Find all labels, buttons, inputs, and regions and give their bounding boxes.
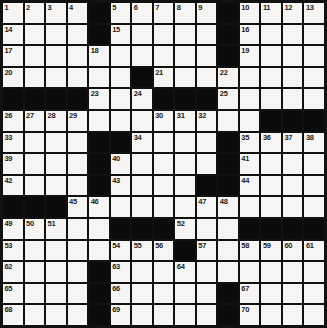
clue-number: 6	[134, 3, 138, 12]
crossword-cell-white[interactable]	[175, 25, 195, 45]
crossword-cell-white[interactable]: 50	[25, 219, 45, 239]
crossword-cell-white[interactable]	[261, 262, 281, 282]
crossword-cell-white[interactable]: 45	[68, 197, 88, 217]
crossword-cell-black	[89, 284, 109, 304]
crossword-cell-black	[111, 133, 131, 153]
crossword-cell-white[interactable]: 57	[197, 241, 217, 261]
crossword-cell-white[interactable]	[197, 262, 217, 282]
crossword-cell-white[interactable]	[218, 111, 238, 131]
crossword-cell-white[interactable]	[283, 25, 303, 45]
crossword-cell-black	[175, 89, 195, 109]
crossword-cell-white[interactable]	[304, 176, 324, 196]
crossword-cell-white[interactable]	[261, 68, 281, 88]
clue-number: 18	[91, 46, 99, 55]
crossword-cell-black	[261, 219, 281, 239]
crossword-cell-white[interactable]	[261, 46, 281, 66]
clue-number: 22	[220, 68, 228, 77]
crossword-cell-white[interactable]	[46, 262, 66, 282]
crossword-cell-white[interactable]: 9	[197, 3, 217, 23]
crossword-cell-white[interactable]: 66	[111, 284, 131, 304]
clue-number: 11	[263, 3, 270, 12]
clue-number: 67	[241, 284, 249, 293]
crossword-cell-white[interactable]	[240, 197, 260, 217]
crossword-cell-white[interactable]: 43	[111, 176, 131, 196]
crossword-cell-black	[89, 176, 109, 196]
crossword-cell-white[interactable]	[25, 68, 45, 88]
clue-number: 19	[241, 46, 249, 55]
crossword-cell-white[interactable]: 4	[68, 3, 88, 23]
crossword-cell-white[interactable]	[304, 89, 324, 109]
crossword-cell-white[interactable]: 16	[240, 25, 260, 45]
crossword-cell-white[interactable]: 13	[304, 3, 324, 23]
crossword-cell-black	[132, 68, 152, 88]
crossword-cell-white[interactable]: 49	[3, 219, 23, 239]
crossword-cell-white[interactable]	[46, 68, 66, 88]
crossword-cell-white[interactable]	[283, 89, 303, 109]
crossword-cell-white[interactable]: 2	[25, 3, 45, 23]
crossword-cell-white[interactable]	[154, 197, 174, 217]
crossword-cell-white[interactable]	[261, 197, 281, 217]
crossword-cell-white[interactable]	[132, 154, 152, 174]
crossword-cell-black	[304, 219, 324, 239]
crossword-cell-white[interactable]: 55	[132, 241, 152, 261]
crossword-cell-white[interactable]	[68, 154, 88, 174]
crossword-cell-white[interactable]	[46, 176, 66, 196]
crossword-cell-white[interactable]	[132, 197, 152, 217]
crossword-cell-white[interactable]	[25, 241, 45, 261]
crossword-cell-white[interactable]: 69	[111, 305, 131, 325]
crossword-cell-black	[25, 89, 45, 109]
crossword-cell-white[interactable]	[283, 284, 303, 304]
crossword-cell-white[interactable]	[46, 305, 66, 325]
crossword-cell-white[interactable]	[68, 241, 88, 261]
crossword-cell-white[interactable]: 20	[3, 68, 23, 88]
crossword-cell-black	[68, 89, 88, 109]
crossword-cell-white[interactable]	[68, 284, 88, 304]
crossword-cell-white[interactable]	[111, 68, 131, 88]
crossword-cell-white[interactable]: 47	[197, 197, 217, 217]
clue-number: 32	[198, 111, 206, 120]
crossword-cell-white[interactable]	[261, 284, 281, 304]
clue-number: 8	[177, 3, 181, 12]
crossword-cell-white[interactable]	[111, 46, 131, 66]
crossword-cell-black	[46, 89, 66, 109]
crossword-cell-white[interactable]: 3	[46, 3, 66, 23]
clue-number: 61	[306, 241, 314, 250]
crossword-cell-black	[46, 197, 66, 217]
crossword-cell-white[interactable]	[197, 305, 217, 325]
crossword-cell-black	[218, 176, 238, 196]
crossword-cell-white[interactable]	[240, 262, 260, 282]
clue-number: 63	[112, 262, 120, 271]
clue-number: 45	[69, 197, 77, 206]
clue-number: 31	[177, 111, 185, 120]
clue-number: 51	[48, 219, 56, 228]
crossword-cell-white[interactable]: 52	[175, 219, 195, 239]
crossword-cell-white[interactable]: 48	[218, 197, 238, 217]
crossword-cell-white[interactable]	[261, 176, 281, 196]
clue-number: 36	[263, 133, 271, 142]
clue-number: 29	[69, 111, 77, 120]
crossword-cell-white[interactable]	[132, 284, 152, 304]
crossword-cell-black	[89, 262, 109, 282]
crossword-cell-white[interactable]	[154, 46, 174, 66]
crossword-cell-white[interactable]	[304, 154, 324, 174]
crossword-cell-white[interactable]	[175, 133, 195, 153]
clue-number: 53	[5, 241, 13, 250]
crossword-cell-white[interactable]	[283, 262, 303, 282]
crossword-cell-white[interactable]: 7	[154, 3, 174, 23]
crossword-cell-white[interactable]	[132, 262, 152, 282]
crossword-cell-white[interactable]	[197, 68, 217, 88]
clue-number: 38	[306, 133, 314, 142]
crossword-cell-white[interactable]	[197, 46, 217, 66]
crossword-cell-white[interactable]	[132, 46, 152, 66]
crossword-cell-white[interactable]	[25, 133, 45, 153]
clue-number: 24	[134, 89, 142, 98]
clue-number: 21	[155, 68, 163, 77]
crossword-cell-white[interactable]: 21	[154, 68, 174, 88]
crossword-cell-white[interactable]: 8	[175, 3, 195, 23]
crossword-cell-white[interactable]	[46, 284, 66, 304]
crossword-cell-white[interactable]: 26	[3, 111, 23, 131]
crossword-cell-white[interactable]	[25, 284, 45, 304]
crossword-cell-white[interactable]: 38	[304, 133, 324, 153]
crossword-cell-black	[3, 89, 23, 109]
crossword-cell-white[interactable]	[304, 46, 324, 66]
crossword-cell-black	[25, 197, 45, 217]
crossword-cell-white[interactable]	[89, 219, 109, 239]
crossword-cell-white[interactable]	[68, 262, 88, 282]
crossword-cell-black	[218, 133, 238, 153]
clue-number: 30	[155, 111, 163, 120]
crossword-cell-white[interactable]: 63	[111, 262, 131, 282]
clue-number: 37	[284, 133, 292, 142]
crossword-cell-white[interactable]	[89, 68, 109, 88]
clue-number: 34	[134, 133, 142, 142]
crossword-cell-black	[89, 3, 109, 23]
clue-number: 52	[177, 219, 185, 228]
clue-number: 12	[284, 3, 292, 12]
crossword-cell-white[interactable]	[283, 176, 303, 196]
crossword-cell-white[interactable]	[261, 305, 281, 325]
crossword-cell-black	[89, 133, 109, 153]
crossword-cell-white[interactable]: 15	[111, 25, 131, 45]
clue-number: 40	[112, 154, 120, 163]
crossword-cell-white[interactable]: 19	[240, 46, 260, 66]
crossword-cell-white[interactable]: 46	[89, 197, 109, 217]
crossword-cell-white[interactable]	[304, 305, 324, 325]
clue-number: 69	[112, 305, 120, 314]
crossword-cell-white[interactable]	[261, 154, 281, 174]
crossword-cell-white[interactable]	[25, 176, 45, 196]
clue-number: 55	[134, 241, 142, 250]
crossword-cell-white[interactable]: 27	[25, 111, 45, 131]
crossword-cell-white[interactable]	[132, 305, 152, 325]
crossword-cell-black	[218, 305, 238, 325]
crossword-cell-white[interactable]: 6	[132, 3, 152, 23]
crossword-cell-white[interactable]	[68, 68, 88, 88]
clue-number: 2	[26, 3, 30, 12]
crossword-cell-black	[218, 46, 238, 66]
crossword-cell-white[interactable]	[154, 25, 174, 45]
crossword-cell-white[interactable]	[197, 219, 217, 239]
clue-number: 47	[198, 197, 206, 206]
crossword-cell-white[interactable]: 14	[3, 25, 23, 45]
clue-number: 54	[112, 241, 120, 250]
crossword-cell-white[interactable]	[197, 284, 217, 304]
clue-number: 56	[155, 241, 163, 250]
crossword-cell-white[interactable]: 24	[132, 89, 152, 109]
crossword-cell-black	[218, 25, 238, 45]
crossword-cell-white[interactable]: 35	[240, 133, 260, 153]
crossword-cell-black	[197, 89, 217, 109]
clue-number: 39	[5, 154, 13, 163]
crossword-cell-white[interactable]: 12	[283, 3, 303, 23]
clue-number: 28	[48, 111, 56, 120]
crossword-cell-white[interactable]	[283, 305, 303, 325]
crossword-cell-white[interactable]: 29	[68, 111, 88, 131]
crossword-cell-white[interactable]	[240, 111, 260, 131]
clue-number: 50	[26, 219, 34, 228]
crossword-cell-white[interactable]	[25, 46, 45, 66]
crossword-cell-white[interactable]	[68, 133, 88, 153]
clue-number: 44	[241, 176, 249, 185]
clue-number: 4	[69, 3, 73, 12]
crossword-cell-white[interactable]: 18	[89, 46, 109, 66]
crossword-cell-white[interactable]: 42	[3, 176, 23, 196]
clue-number: 16	[241, 25, 249, 34]
crossword-cell-black	[218, 284, 238, 304]
crossword-cell-white[interactable]	[175, 68, 195, 88]
crossword-cell-white[interactable]	[111, 197, 131, 217]
crossword-cell-white[interactable]	[218, 219, 238, 239]
crossword-cell-white[interactable]: 30	[154, 111, 174, 131]
crossword-cell-white[interactable]	[261, 89, 281, 109]
crossword-cell-black	[218, 154, 238, 174]
crossword-cell-white[interactable]	[304, 68, 324, 88]
crossword-cell-white[interactable]: 51	[46, 219, 66, 239]
crossword-cell-white[interactable]	[218, 262, 238, 282]
crossword-cell-white[interactable]: 23	[89, 89, 109, 109]
crossword-cell-black	[283, 111, 303, 131]
crossword-cell-white[interactable]	[46, 154, 66, 174]
crossword-cell-white[interactable]: 67	[240, 284, 260, 304]
crossword-cell-black	[240, 219, 260, 239]
crossword-cell-white[interactable]	[283, 197, 303, 217]
crossword-cell-white[interactable]: 17	[3, 46, 23, 66]
clue-number: 46	[91, 197, 99, 206]
clue-number: 23	[91, 89, 99, 98]
crossword-cell-black	[132, 219, 152, 239]
crossword-cell-white[interactable]: 11	[261, 3, 281, 23]
crossword-cell-white[interactable]: 70	[240, 305, 260, 325]
crossword-cell-white[interactable]	[154, 262, 174, 282]
crossword-cell-white[interactable]: 59	[261, 241, 281, 261]
clue-number: 58	[241, 241, 249, 250]
clue-number: 62	[5, 262, 13, 271]
crossword-cell-white[interactable]: 28	[46, 111, 66, 131]
crossword-cell-white[interactable]: 62	[3, 262, 23, 282]
crossword-cell-white[interactable]: 33	[3, 133, 23, 153]
crossword-cell-white[interactable]	[68, 219, 88, 239]
clue-number: 35	[241, 133, 249, 142]
crossword-cell-black	[111, 219, 131, 239]
clue-number: 13	[306, 3, 314, 12]
clue-number: 27	[26, 111, 34, 120]
crossword-cell-white[interactable]	[240, 89, 260, 109]
crossword-cell-white[interactable]	[68, 25, 88, 45]
crossword-cell-white[interactable]: 56	[154, 241, 174, 261]
crossword-cell-white[interactable]	[197, 154, 217, 174]
crossword-cell-white[interactable]: 10	[240, 3, 260, 23]
crossword-cell-black	[89, 305, 109, 325]
crossword-board: 1234567891011121314151617181920212223242…	[0, 0, 327, 328]
crossword-cell-white[interactable]: 54	[111, 241, 131, 261]
clue-number: 64	[177, 262, 185, 271]
crossword-cell-white[interactable]	[89, 241, 109, 261]
crossword-cell-white[interactable]	[175, 154, 195, 174]
clue-number: 70	[241, 305, 249, 314]
crossword-cell-white[interactable]: 44	[240, 176, 260, 196]
crossword-cell-black	[175, 241, 195, 261]
clue-number: 49	[5, 219, 13, 228]
clue-number: 41	[241, 154, 249, 163]
crossword-cell-black	[3, 197, 23, 217]
clue-number: 17	[5, 46, 13, 55]
crossword-cell-black	[154, 89, 174, 109]
clue-number: 65	[5, 284, 13, 293]
crossword-cell-white[interactable]	[68, 176, 88, 196]
crossword-cell-white[interactable]	[111, 89, 131, 109]
crossword-cell-black	[304, 111, 324, 131]
crossword-cell-white[interactable]	[46, 25, 66, 45]
crossword-cell-white[interactable]: 37	[283, 133, 303, 153]
clue-number: 68	[5, 305, 13, 314]
clue-number: 1	[5, 3, 9, 12]
crossword-cell-white[interactable]	[89, 111, 109, 131]
clue-number: 43	[112, 176, 120, 185]
crossword-cell-white[interactable]	[283, 46, 303, 66]
crossword-cell-white[interactable]: 41	[240, 154, 260, 174]
crossword-cell-white[interactable]	[154, 284, 174, 304]
clue-number: 3	[48, 3, 52, 12]
clue-number: 5	[112, 3, 116, 12]
crossword-cell-black	[197, 176, 217, 196]
crossword-cell-black	[261, 111, 281, 131]
crossword-cell-white[interactable]	[304, 197, 324, 217]
crossword-cell-white[interactable]	[197, 133, 217, 153]
clue-number: 7	[155, 3, 159, 12]
clue-number: 60	[284, 241, 292, 250]
clue-number: 10	[241, 3, 249, 12]
crossword-cell-white[interactable]: 61	[304, 241, 324, 261]
crossword-cell-black	[283, 219, 303, 239]
clue-number: 57	[198, 241, 206, 250]
crossword-cell-black	[89, 25, 109, 45]
crossword-cell-white[interactable]	[304, 262, 324, 282]
crossword-cell-white[interactable]	[154, 154, 174, 174]
clue-number: 9	[198, 3, 202, 12]
crossword-cell-white[interactable]	[175, 305, 195, 325]
crossword-cell-white[interactable]	[68, 46, 88, 66]
crossword-cell-black	[218, 3, 238, 23]
crossword-cell-white[interactable]	[175, 176, 195, 196]
crossword-cell-white[interactable]	[283, 68, 303, 88]
crossword-cell-white[interactable]: 25	[218, 89, 238, 109]
crossword-cell-white[interactable]	[261, 25, 281, 45]
crossword-cell-white[interactable]	[154, 176, 174, 196]
clue-number: 59	[263, 241, 271, 250]
crossword-cell-white[interactable]: 58	[240, 241, 260, 261]
clue-number: 33	[5, 133, 13, 142]
crossword-cell-white[interactable]	[46, 241, 66, 261]
crossword-cell-white[interactable]	[154, 133, 174, 153]
crossword-cell-white[interactable]	[132, 25, 152, 45]
crossword-cell-white[interactable]: 39	[3, 154, 23, 174]
clue-number: 26	[5, 111, 13, 120]
crossword-cell-white[interactable]	[304, 284, 324, 304]
clue-number: 48	[220, 197, 228, 206]
crossword-cell-white[interactable]: 40	[111, 154, 131, 174]
crossword-cell-white[interactable]	[46, 46, 66, 66]
crossword-cell-white[interactable]	[240, 68, 260, 88]
crossword-cell-white[interactable]	[25, 305, 45, 325]
crossword-cell-white[interactable]	[197, 25, 217, 45]
crossword-cell-white[interactable]	[283, 154, 303, 174]
crossword-cell-white[interactable]	[25, 262, 45, 282]
clue-number: 42	[5, 176, 13, 185]
crossword-cell-white[interactable]: 65	[3, 284, 23, 304]
crossword-cell-white[interactable]: 36	[261, 133, 281, 153]
crossword-cell-white[interactable]: 34	[132, 133, 152, 153]
crossword-cell-white[interactable]	[175, 46, 195, 66]
crossword-cell-white[interactable]: 68	[3, 305, 23, 325]
crossword-cell-white[interactable]	[154, 305, 174, 325]
crossword-cell-white[interactable]	[175, 284, 195, 304]
clue-number: 25	[220, 89, 228, 98]
crossword-cell-white[interactable]	[25, 154, 45, 174]
crossword-cell-white[interactable]	[25, 25, 45, 45]
crossword-cell-white[interactable]	[175, 197, 195, 217]
crossword-cell-white[interactable]	[68, 305, 88, 325]
crossword-cell-white[interactable]: 60	[283, 241, 303, 261]
crossword-cell-white[interactable]: 64	[175, 262, 195, 282]
crossword-cell-white[interactable]: 32	[197, 111, 217, 131]
crossword-cell-white[interactable]	[111, 111, 131, 131]
clue-number: 15	[112, 25, 120, 34]
clue-number: 20	[5, 68, 13, 77]
crossword-cell-white[interactable]	[46, 133, 66, 153]
crossword-cell-black	[89, 154, 109, 174]
crossword-cell-white[interactable]: 31	[175, 111, 195, 131]
crossword-cell-white[interactable]	[132, 111, 152, 131]
crossword-cell-white[interactable]	[218, 241, 238, 261]
clue-number: 66	[112, 284, 120, 293]
crossword-cell-white[interactable]	[304, 25, 324, 45]
clue-number: 14	[5, 25, 13, 34]
crossword-cell-white[interactable]	[132, 176, 152, 196]
crossword-grid: 1234567891011121314151617181920212223242…	[3, 3, 324, 325]
crossword-cell-black	[154, 219, 174, 239]
crossword-cell-white[interactable]: 22	[218, 68, 238, 88]
crossword-cell-white[interactable]: 53	[3, 241, 23, 261]
crossword-cell-white[interactable]: 1	[3, 3, 23, 23]
crossword-cell-white[interactable]: 5	[111, 3, 131, 23]
